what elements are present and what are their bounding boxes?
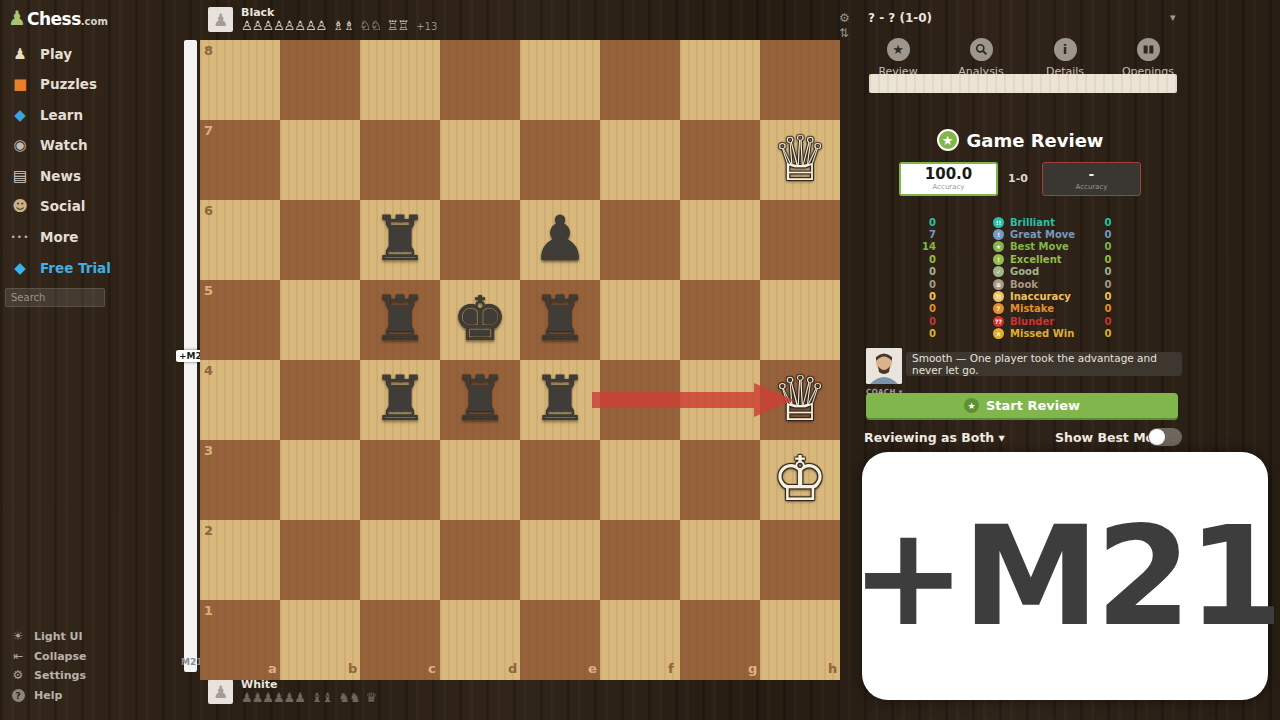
white-accuracy-value: 100.0 <box>901 165 996 183</box>
black-count: 0 <box>1098 291 1118 302</box>
tab-review[interactable]: ★Review <box>863 38 933 78</box>
classification-row-good: 0✓Good0 <box>860 266 1120 278</box>
square-h2[interactable] <box>760 520 840 600</box>
learn-icon: ◆ <box>8 106 32 124</box>
white-count: 0 <box>860 303 936 314</box>
square-h6[interactable] <box>760 200 840 280</box>
classification-row-excellent: 0!Excellent0 <box>860 253 1120 265</box>
wQ-piece-h7[interactable]: ♕ <box>760 120 840 200</box>
watch-icon: ◉ <box>8 136 32 154</box>
tab-analysis[interactable]: Analysis <box>946 38 1016 78</box>
sidebar-item-label: Learn <box>40 107 83 123</box>
black-avatar[interactable]: ♟ <box>208 7 233 32</box>
tab-details[interactable]: iDetails <box>1030 38 1100 78</box>
chevron-down-icon[interactable]: ▾ <box>1170 11 1176 24</box>
captured-piece-group: ♙♙♙♙♙♙♙♙ <box>241 18 326 33</box>
game-review-title: Game Review <box>967 130 1104 151</box>
classification-row-inaccuracy: 0?!Inaccuracy0 <box>860 290 1120 302</box>
square-h1[interactable] <box>760 600 840 680</box>
classification-row-mistake: 0?Mistake0 <box>860 303 1120 315</box>
review-star-icon: ★ <box>887 38 910 61</box>
player-bar-black: ♟ Black ♙♙♙♙♙♙♙♙♗♗♘♘♖♖+13 <box>208 7 437 34</box>
show-best-moves-toggle[interactable] <box>1148 428 1182 446</box>
square-e8[interactable] <box>520 40 600 120</box>
sidebar-item-play[interactable]: ♟Play <box>8 42 72 66</box>
game-score: 1-0 <box>1008 172 1028 185</box>
black-accuracy-box: - Accuracy <box>1042 162 1141 196</box>
coach-comment: Smooth — One player took the advantage a… <box>906 352 1182 376</box>
wK-piece-h3[interactable]: ♔ <box>760 440 840 520</box>
square-b1[interactable] <box>280 600 360 680</box>
last-move-arrow <box>592 392 754 408</box>
good-icon: ✓ <box>993 266 1004 277</box>
start-review-label: Start Review <box>986 398 1080 413</box>
square-c3[interactable] <box>360 440 440 520</box>
sidebar-item-label: Light UI <box>34 630 83 643</box>
classification-row-best-move: 14★Best Move0 <box>860 241 1120 253</box>
square-e3[interactable] <box>520 440 600 520</box>
sidebar-item-label: Settings <box>34 669 86 682</box>
square-f5[interactable] <box>600 280 680 360</box>
bR-piece-c6[interactable]: ♜ <box>360 200 440 280</box>
classification-label: Brilliant <box>1010 217 1055 228</box>
square-h8[interactable] <box>760 40 840 120</box>
classification-label: Good <box>1010 266 1039 277</box>
classification-label: Blunder <box>1010 316 1054 327</box>
best-move-icon: ★ <box>993 241 1004 252</box>
white-count: 0 <box>860 266 936 277</box>
light-ui-sun-icon: ☀ <box>8 629 28 643</box>
sidebar-item-social[interactable]: ☻Social <box>8 194 85 218</box>
sidebar-item-puzzles[interactable]: ■Puzzles <box>8 72 97 96</box>
black-count: 0 <box>1098 254 1118 265</box>
square-f8[interactable] <box>600 40 680 120</box>
bR-piece-c4[interactable]: ♜ <box>360 360 440 440</box>
blunder-icon: ?? <box>993 316 1004 327</box>
square-b4[interactable] <box>280 360 360 440</box>
classification-row-book: 0≡Book0 <box>860 278 1120 290</box>
square-g7[interactable] <box>680 120 760 200</box>
captured-piece-group: ♞♞ <box>338 690 359 705</box>
classification-row-missed-win: 0×Missed Win0 <box>860 328 1120 340</box>
book-icon: ≡ <box>993 279 1004 290</box>
sidebar-item-label: Play <box>40 46 72 62</box>
app-window: ♟ Chess .com ♟Play■Puzzles◆Learn◉Watch▤N… <box>0 0 1280 720</box>
game-title[interactable]: ? - ? (1-0) <box>868 11 932 25</box>
square-b5[interactable] <box>280 280 360 360</box>
sidebar-item-watch[interactable]: ◉Watch <box>8 133 88 157</box>
play-pawn-icon: ♟ <box>8 45 32 63</box>
avatar-pawn-icon: ♟ <box>213 10 228 30</box>
square-f7[interactable] <box>600 120 680 200</box>
sidebar-item-label: News <box>40 168 81 184</box>
white-count: 14 <box>860 241 936 252</box>
black-count: 0 <box>1098 266 1118 277</box>
white-count: 0 <box>860 328 936 339</box>
square-a1[interactable] <box>200 600 280 680</box>
board-settings-gear-icon[interactable]: ⚙ <box>839 11 850 25</box>
square-d3[interactable] <box>440 440 520 520</box>
classification-label: Missed Win <box>1010 328 1074 339</box>
sidebar-item-label: Watch <box>40 137 88 153</box>
square-d1[interactable] <box>440 600 520 680</box>
excellent-icon: ! <box>993 254 1004 265</box>
material-advantage: +13 <box>416 21 437 32</box>
sidebar-item-label: Free Trial <box>40 260 111 276</box>
captured-piece-group: ♗♗ <box>332 18 353 33</box>
logo-pawn-icon: ♟ <box>8 6 26 30</box>
square-g2[interactable] <box>680 520 760 600</box>
more-dots-icon: ••• <box>8 232 32 242</box>
accuracy-label: Accuracy <box>1043 183 1140 191</box>
square-a8[interactable] <box>200 40 280 120</box>
classification-label: Inaccuracy <box>1010 291 1071 302</box>
bK-piece-d5[interactable]: ♚ <box>440 280 520 360</box>
black-count: 0 <box>1098 328 1118 339</box>
square-b2[interactable] <box>280 520 360 600</box>
square-d7[interactable] <box>440 120 520 200</box>
sidebar-item-label: Help <box>34 689 62 702</box>
game-review-header: ★ Game Review <box>860 129 1180 151</box>
brilliant-icon: !! <box>993 217 1004 228</box>
coach-avatar[interactable] <box>866 348 902 384</box>
classification-row-brilliant: 0!!Brilliant0 <box>860 216 1120 228</box>
great-move-icon: ! <box>993 229 1004 240</box>
square-e2[interactable] <box>520 520 600 600</box>
bP-piece-e6[interactable]: ♟ <box>520 200 600 280</box>
sidebar-item-label: Collapse <box>34 650 86 663</box>
free-trial-gem-icon: ◆ <box>8 259 32 277</box>
square-a7[interactable] <box>200 120 280 200</box>
square-a6[interactable] <box>200 200 280 280</box>
square-b8[interactable] <box>280 40 360 120</box>
square-g1[interactable] <box>680 600 760 680</box>
square-g8[interactable] <box>680 40 760 120</box>
bR-piece-e4[interactable]: ♜ <box>520 360 600 440</box>
black-count: 0 <box>1098 241 1118 252</box>
player-bar-white: ♟ White ♟♟♟♟♟♟♝♝♞♞♛ <box>208 679 382 705</box>
square-c1[interactable] <box>360 600 440 680</box>
sidebar-item-more[interactable]: •••More <box>8 225 79 249</box>
sidebar-item-free-trial[interactable]: ◆Free Trial <box>8 256 111 280</box>
tab-openings[interactable]: Openings <box>1113 38 1183 78</box>
captured-piece-group: ♝♝ <box>311 690 332 705</box>
square-e7[interactable] <box>520 120 600 200</box>
reviewing-as-dropdown[interactable]: Reviewing as Both ▾ <box>864 430 1005 445</box>
black-count: 0 <box>1098 229 1118 240</box>
classification-label: Great Move <box>1010 229 1075 240</box>
black-count: 0 <box>1098 303 1118 314</box>
start-review-button[interactable]: ★ Start Review <box>866 393 1178 418</box>
black-count: 0 <box>1098 316 1118 327</box>
square-e1[interactable] <box>520 600 600 680</box>
black-accuracy-value: - <box>1043 165 1140 183</box>
bR-piece-c5[interactable]: ♜ <box>360 280 440 360</box>
square-d8[interactable] <box>440 40 520 120</box>
accuracy-label: Accuracy <box>901 183 996 191</box>
square-g3[interactable] <box>680 440 760 520</box>
toggle-knob <box>1149 429 1165 445</box>
square-d2[interactable] <box>440 520 520 600</box>
square-f3[interactable] <box>600 440 680 520</box>
avatar-pawn-icon: ♟ <box>213 682 228 702</box>
square-f2[interactable] <box>600 520 680 600</box>
bR-piece-d4[interactable]: ♜ <box>440 360 520 440</box>
square-g5[interactable] <box>680 280 760 360</box>
square-f6[interactable] <box>600 200 680 280</box>
mate-evaluation-overlay: +M21 <box>862 452 1268 700</box>
white-count: 0 <box>860 254 936 265</box>
square-b6[interactable] <box>280 200 360 280</box>
details-info-icon: i <box>1054 38 1077 61</box>
square-g6[interactable] <box>680 200 760 280</box>
sidebar-item-learn[interactable]: ◆Learn <box>8 103 83 127</box>
square-a3[interactable] <box>200 440 280 520</box>
mate-evaluation-text: +M21 <box>851 496 1280 657</box>
classification-row-great-move: 7!Great Move0 <box>860 228 1120 240</box>
news-icon: ▤ <box>8 167 32 185</box>
bR-piece-e5[interactable]: ♜ <box>520 280 600 360</box>
chess-board: 87654321abcdefgh♕♜♟♜♚♜♜♜♜♕♔ <box>200 40 840 680</box>
black-count: 0 <box>1098 279 1118 290</box>
white-accuracy-box: 100.0 Accuracy <box>899 162 998 196</box>
white-count: 0 <box>860 291 936 302</box>
square-c2[interactable] <box>360 520 440 600</box>
last-move-arrow-head <box>754 383 794 417</box>
settings-gear-icon: ⚙ <box>8 668 28 682</box>
square-h5[interactable] <box>760 280 840 360</box>
black-count: 0 <box>1098 217 1118 228</box>
openings-book-icon <box>1137 38 1160 61</box>
help-icon: ? <box>8 688 28 703</box>
sidebar-item-label: More <box>40 229 79 245</box>
inaccuracy-icon: ?! <box>993 291 1004 302</box>
square-a5[interactable] <box>200 280 280 360</box>
square-b7[interactable] <box>280 120 360 200</box>
white-captured-pieces: ♟♟♟♟♟♟♝♝♞♞♛ <box>241 691 382 705</box>
logo-text: Chess <box>27 9 81 29</box>
square-a4[interactable] <box>200 360 280 440</box>
captured-piece-group: ♛ <box>366 690 377 705</box>
square-c7[interactable] <box>360 120 440 200</box>
sidebar: ♟ Chess .com ♟Play■Puzzles◆Learn◉Watch▤N… <box>0 0 196 720</box>
analysis-magnifier-icon <box>970 38 993 61</box>
white-count: 0 <box>860 316 936 327</box>
social-icon: ☻ <box>8 197 32 215</box>
classification-label: Book <box>1010 279 1038 290</box>
start-review-star-icon: ★ <box>964 398 979 413</box>
mistake-icon: ? <box>993 303 1004 314</box>
sidebar-item-label: Social <box>40 198 85 214</box>
square-a2[interactable] <box>200 520 280 600</box>
classification-label: Best Move <box>1010 241 1069 252</box>
missed-win-icon: × <box>993 328 1004 339</box>
white-count: 0 <box>860 279 936 290</box>
chesscom-logo[interactable]: ♟ Chess .com <box>8 6 108 30</box>
captured-piece-group: ♖♖ <box>387 18 408 33</box>
white-count: 7 <box>860 229 936 240</box>
sidebar-item-news[interactable]: ▤News <box>8 164 81 188</box>
classification-row-blunder: 0??Blunder0 <box>860 315 1120 327</box>
white-avatar[interactable]: ♟ <box>208 679 233 704</box>
captured-piece-group: ♘♘ <box>360 18 381 33</box>
flip-board-icon[interactable]: ⇅ <box>839 26 849 40</box>
sidebar-item-label: Puzzles <box>40 76 97 92</box>
collapse-icon: ⇤ <box>8 649 28 663</box>
square-c8[interactable] <box>360 40 440 120</box>
move-scrub-bar[interactable] <box>869 74 1177 93</box>
sidebar-item-help[interactable]: ?Help <box>8 683 62 707</box>
game-review-star-icon: ★ <box>937 129 959 151</box>
captured-piece-group: ♟♟♟♟♟♟ <box>241 690 305 705</box>
puzzles-icon: ■ <box>8 75 32 93</box>
square-d6[interactable] <box>440 200 520 280</box>
square-f1[interactable] <box>600 600 680 680</box>
logo-suffix: .com <box>81 16 108 27</box>
classification-label: Excellent <box>1010 254 1062 265</box>
search-input[interactable] <box>5 288 105 307</box>
square-b3[interactable] <box>280 440 360 520</box>
white-count: 0 <box>860 217 936 228</box>
black-captured-pieces: ♙♙♙♙♙♙♙♙♗♗♘♘♖♖+13 <box>241 19 437 34</box>
classification-label: Mistake <box>1010 303 1054 314</box>
move-classification-list: 0!!Brilliant07!Great Move014★Best Move00… <box>860 216 1120 340</box>
coach-portrait-image <box>866 348 902 384</box>
